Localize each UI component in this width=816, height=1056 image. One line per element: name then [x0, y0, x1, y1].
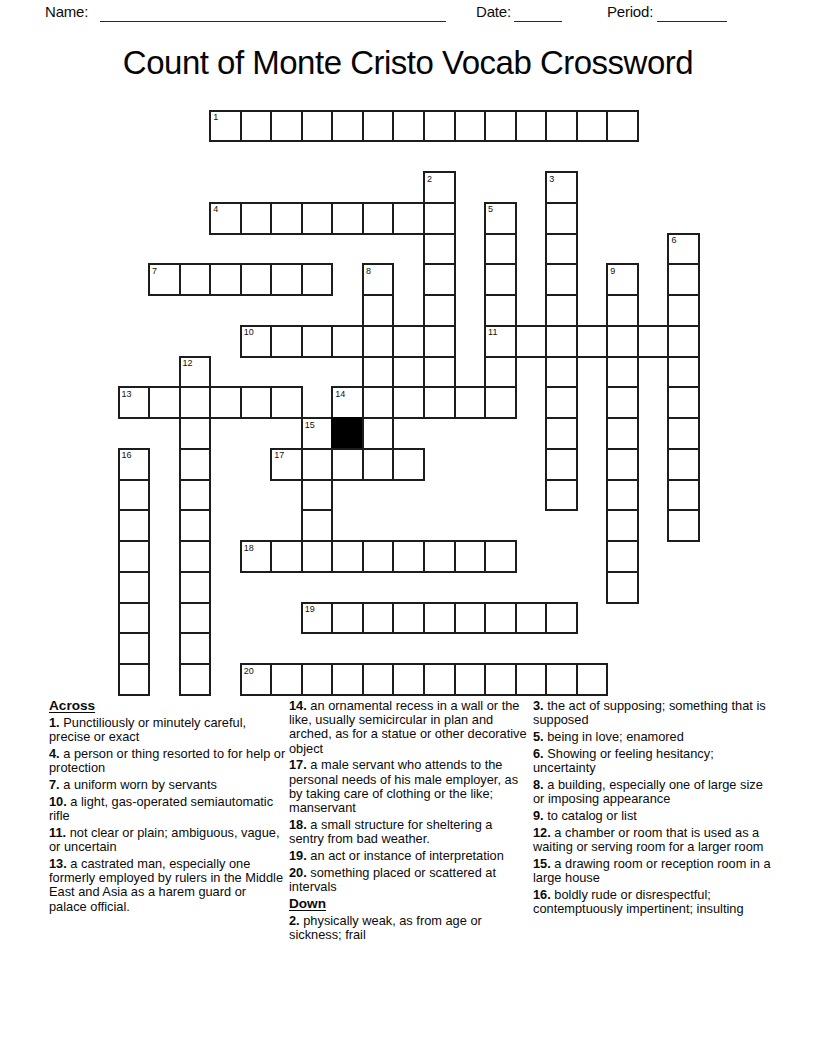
cell-r7c10[interactable] [423, 325, 456, 358]
cell-r18c10[interactable] [423, 663, 456, 696]
cell-r3c7[interactable] [331, 202, 364, 235]
clue-15: 15. a drawing room or reception room in … [533, 857, 775, 885]
clue-4: 4. a person or thing resorted to for hel… [49, 747, 287, 775]
cell-r9c3[interactable] [209, 386, 242, 419]
clue-number: 8. [533, 777, 544, 792]
cell-r8c10[interactable] [423, 356, 456, 389]
cell-number-12: 12 [181, 358, 210, 369]
cell-r9c10[interactable] [423, 386, 456, 419]
clue-11: 11. not clear or plain; ambiguous, vague… [49, 826, 287, 854]
cell-r3c10[interactable] [423, 202, 456, 235]
cell-number-14: 14 [333, 388, 362, 399]
cell-r16c2[interactable] [179, 602, 212, 635]
cell-r7c9[interactable] [392, 325, 425, 358]
cell-r16c13[interactable] [515, 602, 548, 635]
clue-9: 9. to catalog or list [533, 809, 775, 823]
cell-r18c8[interactable] [362, 663, 395, 696]
cell-r7c5[interactable] [270, 325, 303, 358]
cell-r18c14[interactable] [545, 663, 578, 696]
cell-r14c10[interactable] [423, 540, 456, 573]
cell-r16c14[interactable] [545, 602, 578, 635]
cell-number-16: 16 [120, 450, 149, 461]
cell-number-3: 3 [547, 173, 576, 184]
cell-r0c9[interactable] [392, 110, 425, 143]
cell-r3c6[interactable] [301, 202, 334, 235]
cell-number-19: 19 [303, 604, 332, 615]
cell-number-10: 10 [242, 327, 271, 338]
clue-number: 11. [49, 825, 66, 840]
cell-r16c7[interactable] [331, 602, 364, 635]
cell-r5c1[interactable]: 7 [148, 263, 181, 296]
clue-7: 7. a uniform worn by servants [49, 778, 287, 792]
cell-r5c16[interactable]: 9 [606, 263, 639, 296]
cell-r4c12[interactable] [484, 233, 517, 266]
cell-number-4: 4 [211, 204, 240, 215]
cell-r16c10[interactable] [423, 602, 456, 635]
cell-r18c13[interactable] [515, 663, 548, 696]
clue-19: 19. an act or instance of interpretation [289, 849, 527, 863]
clue-number: 7. [49, 777, 60, 792]
cell-r12c6[interactable] [301, 479, 334, 512]
cell-r0c13[interactable] [515, 110, 548, 143]
cell-r3c3[interactable]: 4 [209, 202, 242, 235]
cell-r18c2[interactable] [179, 663, 212, 696]
cell-r17c0[interactable] [118, 632, 151, 665]
cell-r7c15[interactable] [576, 325, 609, 358]
cell-r16c8[interactable] [362, 602, 395, 635]
cell-r7c12[interactable]: 11 [484, 325, 517, 358]
clue-18: 18. a small structure for sheltering a s… [289, 818, 527, 846]
clue-column-3: 3. the act of supposing; something that … [533, 699, 775, 919]
cell-r0c15[interactable] [576, 110, 609, 143]
cell-r3c9[interactable] [392, 202, 425, 235]
cell-r9c8[interactable] [362, 386, 395, 419]
cell-r2c10[interactable]: 2 [423, 171, 456, 204]
cell-r11c6[interactable] [301, 448, 334, 481]
cell-r11c16[interactable] [606, 448, 639, 481]
cell-r18c6[interactable] [301, 663, 334, 696]
cell-r18c4[interactable]: 20 [240, 663, 273, 696]
cell-r7c4[interactable]: 10 [240, 325, 273, 358]
cell-r18c15[interactable] [576, 663, 609, 696]
clue-3: 3. the act of supposing; something that … [533, 699, 775, 727]
cell-r11c7[interactable] [331, 448, 364, 481]
cell-r7c18[interactable] [667, 325, 700, 358]
cell-r18c11[interactable] [454, 663, 487, 696]
cell-number-9: 9 [608, 265, 637, 276]
cell-r0c11[interactable] [454, 110, 487, 143]
cell-r6c8[interactable] [362, 294, 395, 327]
cell-r0c5[interactable] [270, 110, 303, 143]
cell-r5c3[interactable] [209, 263, 242, 296]
clue-8: 8. a building, especially one of large s… [533, 778, 775, 806]
cell-r18c12[interactable] [484, 663, 517, 696]
cell-r9c18[interactable] [667, 386, 700, 419]
clue-5: 5. being in love; enamored [533, 730, 775, 744]
clue-12: 12. a chamber or room that is used as a … [533, 826, 775, 854]
cell-r14c12[interactable] [484, 540, 517, 573]
cell-number-2: 2 [425, 173, 454, 184]
cell-r12c2[interactable] [179, 479, 212, 512]
cell-r7c13[interactable] [515, 325, 548, 358]
cell-r0c12[interactable] [484, 110, 517, 143]
cell-r5c2[interactable] [179, 263, 212, 296]
cell-r0c6[interactable] [301, 110, 334, 143]
cell-r5c4[interactable] [240, 263, 273, 296]
cell-r10c16[interactable] [606, 417, 639, 450]
cell-r9c5[interactable] [270, 386, 303, 419]
cell-r18c7[interactable] [331, 663, 364, 696]
cell-r9c0[interactable]: 13 [118, 386, 151, 419]
cell-r18c0[interactable] [118, 663, 151, 696]
cell-r13c18[interactable] [667, 509, 700, 542]
cell-r4c10[interactable] [423, 233, 456, 266]
cell-r8c16[interactable] [606, 356, 639, 389]
clue-13: 13. a castrated man, especially one form… [49, 857, 287, 914]
cell-r17c2[interactable] [179, 632, 212, 665]
clue-number: 4. [49, 746, 60, 761]
cell-r0c14[interactable] [545, 110, 578, 143]
cell-r5c8[interactable]: 8 [362, 263, 395, 296]
cell-r14c0[interactable] [118, 540, 151, 573]
cell-r14c9[interactable] [392, 540, 425, 573]
cell-r3c8[interactable] [362, 202, 395, 235]
cell-r15c2[interactable] [179, 571, 212, 604]
cell-r16c11[interactable] [454, 602, 487, 635]
clue-number: 13. [49, 856, 67, 871]
cell-r16c0[interactable] [118, 602, 151, 635]
cell-r0c3[interactable]: 1 [209, 110, 242, 143]
cell-r9c14[interactable] [545, 386, 578, 419]
cell-r11c0[interactable]: 16 [118, 448, 151, 481]
cell-r12c0[interactable] [118, 479, 151, 512]
cell-r10c8[interactable] [362, 417, 395, 450]
cell-r12c18[interactable] [667, 479, 700, 512]
cell-r14c4[interactable]: 18 [240, 540, 273, 573]
clue-17: 17. a male servant who attends to the pe… [289, 758, 527, 815]
clue-number: 3. [533, 698, 544, 713]
cell-r2c14[interactable]: 3 [545, 171, 578, 204]
cell-r9c2[interactable] [179, 386, 212, 419]
cell-r0c7[interactable] [331, 110, 364, 143]
cell-r13c6[interactable] [301, 509, 334, 542]
clue-2: 2. physically weak, as from age or sickn… [289, 914, 527, 942]
cell-r14c5[interactable] [270, 540, 303, 573]
cell-r15c16[interactable] [606, 571, 639, 604]
cell-r5c10[interactable] [423, 263, 456, 296]
cell-r6c12[interactable] [484, 294, 517, 327]
cell-number-15: 15 [303, 419, 332, 430]
clue-number: 10. [49, 794, 67, 809]
cell-r7c7[interactable] [331, 325, 364, 358]
clue-number: 15. [533, 856, 551, 871]
clue-number: 9. [533, 808, 544, 823]
cell-r6c10[interactable] [423, 294, 456, 327]
clue-number: 20. [289, 865, 307, 880]
clue-column-1: Across1. Punctiliously or minutely caref… [49, 699, 287, 916]
cell-r7c16[interactable] [606, 325, 639, 358]
cell-r9c12[interactable] [484, 386, 517, 419]
cell-number-8: 8 [364, 265, 393, 276]
cell-r5c6[interactable] [301, 263, 334, 296]
clue-14: 14. an ornamental recess in a wall or th… [289, 699, 527, 756]
cell-r18c5[interactable] [270, 663, 303, 696]
cell-r8c2[interactable]: 12 [179, 356, 212, 389]
clue-number: 2. [289, 913, 300, 928]
cell-r6c14[interactable] [545, 294, 578, 327]
cell-r9c16[interactable] [606, 386, 639, 419]
cell-r14c11[interactable] [454, 540, 487, 573]
cell-number-7: 7 [150, 265, 179, 276]
cell-r0c16[interactable] [606, 110, 639, 143]
cell-r11c9[interactable] [392, 448, 425, 481]
cell-number-18: 18 [242, 542, 271, 553]
cell-r14c2[interactable] [179, 540, 212, 573]
cell-r8c18[interactable] [667, 356, 700, 389]
cell-number-13: 13 [120, 388, 149, 399]
cell-r7c17[interactable] [637, 325, 670, 358]
cell-r0c10[interactable] [423, 110, 456, 143]
down-header: Down [289, 897, 527, 911]
cell-r13c16[interactable] [606, 509, 639, 542]
cell-r8c14[interactable] [545, 356, 578, 389]
clue-6: 6. Showing or feeling hesitancy; uncerta… [533, 747, 775, 775]
cell-r5c12[interactable] [484, 263, 517, 296]
clue-20: 20. something placed or scattered at int… [289, 866, 527, 894]
cell-r16c6[interactable]: 19 [301, 602, 334, 635]
cell-r9c1[interactable] [148, 386, 181, 419]
cell-r14c16[interactable] [606, 540, 639, 573]
clue-number: 6. [533, 746, 544, 761]
cell-r10c6[interactable]: 15 [301, 417, 334, 450]
cell-number-11: 11 [486, 327, 515, 338]
clue-1: 1. Punctiliously or minutely careful, pr… [49, 716, 287, 744]
cell-r11c8[interactable] [362, 448, 395, 481]
cell-r5c14[interactable] [545, 263, 578, 296]
clue-10: 10. a light, gas-operated semiautomatic … [49, 795, 287, 823]
across-header: Across [49, 699, 287, 713]
cell-r10c14[interactable] [545, 417, 578, 450]
cell-r11c18[interactable] [667, 448, 700, 481]
clue-number: 1. [49, 715, 60, 730]
cell-r11c2[interactable] [179, 448, 212, 481]
cell-number-6: 6 [669, 235, 698, 246]
cell-r7c8[interactable] [362, 325, 395, 358]
cell-r11c14[interactable] [545, 448, 578, 481]
cell-r8c12[interactable] [484, 356, 517, 389]
cell-r11c5[interactable]: 17 [270, 448, 303, 481]
cell-r14c6[interactable] [301, 540, 334, 573]
cell-r6c18[interactable] [667, 294, 700, 327]
cell-number-20: 20 [242, 665, 271, 676]
cell-r5c18[interactable] [667, 263, 700, 296]
cell-r9c7[interactable]: 14 [331, 386, 364, 419]
cell-r15c0[interactable] [118, 571, 151, 604]
black-cell [331, 417, 364, 450]
clue-number: 12. [533, 825, 551, 840]
clue-number: 16. [533, 887, 551, 902]
cell-r10c18[interactable] [667, 417, 700, 450]
clue-number: 14. [289, 698, 307, 713]
cell-r3c4[interactable] [240, 202, 273, 235]
cell-number-5: 5 [486, 204, 515, 215]
cell-r9c11[interactable] [454, 386, 487, 419]
crossword-grid: 1234567891011121314151617181920 [0, 0, 816, 700]
cell-r13c2[interactable] [179, 509, 212, 542]
cell-r12c16[interactable] [606, 479, 639, 512]
clue-number: 17. [289, 757, 307, 772]
cell-r13c0[interactable] [118, 509, 151, 542]
cell-r12c14[interactable] [545, 479, 578, 512]
clue-number: 18. [289, 817, 307, 832]
cell-r3c5[interactable] [270, 202, 303, 235]
cell-r14c7[interactable] [331, 540, 364, 573]
cell-r7c6[interactable] [301, 325, 334, 358]
cell-r9c9[interactable] [392, 386, 425, 419]
clue-16: 16. boldly rude or disrespectful; contem… [533, 888, 775, 916]
cell-r14c8[interactable] [362, 540, 395, 573]
cell-r18c9[interactable] [392, 663, 425, 696]
cell-r0c8[interactable] [362, 110, 395, 143]
cell-r6c16[interactable] [606, 294, 639, 327]
cell-number-17: 17 [272, 450, 301, 461]
cell-r4c18[interactable]: 6 [667, 233, 700, 266]
cell-r16c9[interactable] [392, 602, 425, 635]
cell-r7c14[interactable] [545, 325, 578, 358]
clue-column-2: 14. an ornamental recess in a wall or th… [289, 699, 527, 945]
cell-r4c14[interactable] [545, 233, 578, 266]
cell-r16c12[interactable] [484, 602, 517, 635]
cell-r0c4[interactable] [240, 110, 273, 143]
cell-number-1: 1 [211, 112, 240, 123]
cell-r3c12[interactable]: 5 [484, 202, 517, 235]
cell-r5c5[interactable] [270, 263, 303, 296]
cell-r3c14[interactable] [545, 202, 578, 235]
cell-r8c8[interactable] [362, 356, 395, 389]
clue-number: 5. [533, 729, 544, 744]
cell-r10c2[interactable] [179, 417, 212, 450]
clue-number: 19. [289, 848, 307, 863]
cell-r9c4[interactable] [240, 386, 273, 419]
